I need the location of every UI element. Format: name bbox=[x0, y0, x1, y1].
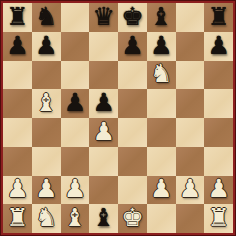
square-d4[interactable]: ♟ bbox=[89, 118, 118, 147]
piece-black-pawn: ♟ bbox=[35, 33, 57, 58]
square-b2[interactable]: ♟ bbox=[32, 176, 61, 205]
square-g2[interactable]: ♟ bbox=[176, 176, 205, 205]
piece-black-pawn: ♟ bbox=[92, 90, 114, 115]
square-d2[interactable] bbox=[89, 176, 118, 205]
square-f5[interactable] bbox=[147, 89, 176, 118]
square-g1[interactable] bbox=[176, 204, 205, 233]
square-f1[interactable] bbox=[147, 204, 176, 233]
square-b4[interactable] bbox=[32, 118, 61, 147]
piece-black-pawn: ♟ bbox=[121, 33, 143, 58]
piece-white-pawn: ♟ bbox=[92, 119, 114, 144]
square-h6[interactable] bbox=[204, 61, 233, 90]
piece-white-pawn: ♟ bbox=[64, 176, 86, 201]
piece-white-pawn: ♟ bbox=[150, 176, 172, 201]
piece-black-rook: ♜ bbox=[207, 4, 229, 29]
square-c4[interactable] bbox=[61, 118, 90, 147]
square-g5[interactable] bbox=[176, 89, 205, 118]
square-h1[interactable]: ♜ bbox=[204, 204, 233, 233]
square-b1[interactable]: ♞ bbox=[32, 204, 61, 233]
square-d6[interactable] bbox=[89, 61, 118, 90]
square-e3[interactable] bbox=[118, 147, 147, 176]
square-c3[interactable] bbox=[61, 147, 90, 176]
square-c8[interactable] bbox=[61, 3, 90, 32]
square-d1[interactable]: ♝ bbox=[89, 204, 118, 233]
square-b6[interactable] bbox=[32, 61, 61, 90]
piece-black-bishop: ♝ bbox=[92, 205, 114, 230]
square-e5[interactable] bbox=[118, 89, 147, 118]
piece-black-pawn: ♟ bbox=[150, 33, 172, 58]
piece-white-knight: ♞ bbox=[150, 61, 172, 86]
square-h4[interactable] bbox=[204, 118, 233, 147]
chessboard-frame: ♜♞♛♚♝♜♟♟♟♟♟♞♝♟♟♟♟♟♟♟♟♟♜♞♝♝♚♜ bbox=[0, 0, 236, 236]
piece-black-pawn: ♟ bbox=[64, 90, 86, 115]
square-f4[interactable] bbox=[147, 118, 176, 147]
square-c7[interactable] bbox=[61, 32, 90, 61]
piece-white-rook: ♜ bbox=[6, 205, 28, 230]
square-g7[interactable] bbox=[176, 32, 205, 61]
square-f8[interactable]: ♝ bbox=[147, 3, 176, 32]
square-a5[interactable] bbox=[3, 89, 32, 118]
square-c5[interactable]: ♟ bbox=[61, 89, 90, 118]
piece-black-knight: ♞ bbox=[35, 4, 57, 29]
square-a1[interactable]: ♜ bbox=[3, 204, 32, 233]
piece-white-pawn: ♟ bbox=[6, 176, 28, 201]
square-a6[interactable] bbox=[3, 61, 32, 90]
square-d3[interactable] bbox=[89, 147, 118, 176]
square-g6[interactable] bbox=[176, 61, 205, 90]
piece-black-king: ♚ bbox=[121, 4, 143, 29]
square-g4[interactable] bbox=[176, 118, 205, 147]
piece-white-bishop: ♝ bbox=[35, 90, 57, 115]
piece-white-rook: ♜ bbox=[207, 205, 229, 230]
square-c2[interactable]: ♟ bbox=[61, 176, 90, 205]
square-f6[interactable]: ♞ bbox=[147, 61, 176, 90]
piece-black-pawn: ♟ bbox=[6, 33, 28, 58]
square-f2[interactable]: ♟ bbox=[147, 176, 176, 205]
piece-white-pawn: ♟ bbox=[179, 176, 201, 201]
square-a4[interactable] bbox=[3, 118, 32, 147]
square-f7[interactable]: ♟ bbox=[147, 32, 176, 61]
square-a2[interactable]: ♟ bbox=[3, 176, 32, 205]
square-a8[interactable]: ♜ bbox=[3, 3, 32, 32]
square-e8[interactable]: ♚ bbox=[118, 3, 147, 32]
piece-white-knight: ♞ bbox=[35, 205, 57, 230]
piece-white-pawn: ♟ bbox=[35, 176, 57, 201]
square-b7[interactable]: ♟ bbox=[32, 32, 61, 61]
square-h5[interactable] bbox=[204, 89, 233, 118]
piece-black-queen: ♛ bbox=[92, 4, 114, 29]
square-e2[interactable] bbox=[118, 176, 147, 205]
square-f3[interactable] bbox=[147, 147, 176, 176]
square-h3[interactable] bbox=[204, 147, 233, 176]
square-d7[interactable] bbox=[89, 32, 118, 61]
chess-board: ♜♞♛♚♝♜♟♟♟♟♟♞♝♟♟♟♟♟♟♟♟♟♜♞♝♝♚♜ bbox=[3, 3, 233, 233]
square-g8[interactable] bbox=[176, 3, 205, 32]
piece-white-pawn: ♟ bbox=[207, 176, 229, 201]
square-d5[interactable]: ♟ bbox=[89, 89, 118, 118]
square-e7[interactable]: ♟ bbox=[118, 32, 147, 61]
square-b5[interactable]: ♝ bbox=[32, 89, 61, 118]
piece-black-pawn: ♟ bbox=[207, 33, 229, 58]
square-b8[interactable]: ♞ bbox=[32, 3, 61, 32]
piece-black-bishop: ♝ bbox=[150, 4, 172, 29]
piece-white-bishop: ♝ bbox=[64, 205, 86, 230]
piece-white-king: ♚ bbox=[121, 205, 143, 230]
square-c1[interactable]: ♝ bbox=[61, 204, 90, 233]
square-e6[interactable] bbox=[118, 61, 147, 90]
square-h2[interactable]: ♟ bbox=[204, 176, 233, 205]
square-e4[interactable] bbox=[118, 118, 147, 147]
square-g3[interactable] bbox=[176, 147, 205, 176]
square-a3[interactable] bbox=[3, 147, 32, 176]
square-h7[interactable]: ♟ bbox=[204, 32, 233, 61]
square-b3[interactable] bbox=[32, 147, 61, 176]
piece-black-rook: ♜ bbox=[6, 4, 28, 29]
square-a7[interactable]: ♟ bbox=[3, 32, 32, 61]
square-e1[interactable]: ♚ bbox=[118, 204, 147, 233]
square-d8[interactable]: ♛ bbox=[89, 3, 118, 32]
square-c6[interactable] bbox=[61, 61, 90, 90]
square-h8[interactable]: ♜ bbox=[204, 3, 233, 32]
